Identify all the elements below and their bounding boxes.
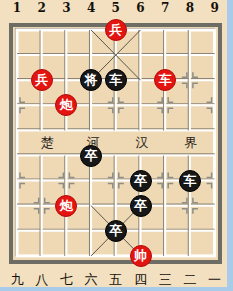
piece-black-chariot[interactable]: 车 xyxy=(179,170,201,192)
file-label: 4 xyxy=(87,1,95,15)
piece-red-general[interactable]: 帅 xyxy=(130,245,152,267)
file-label: 1 xyxy=(13,1,21,15)
file-label: 5 xyxy=(112,1,120,15)
file-label: 7 xyxy=(161,1,169,15)
piece-red-soldier[interactable]: 兵 xyxy=(105,19,127,41)
top-file-labels: 123456789 xyxy=(0,1,233,16)
file-label: 8 xyxy=(186,1,194,15)
window-edge-right xyxy=(227,0,233,291)
piece-black-soldier[interactable]: 卒 xyxy=(130,195,152,217)
xiangqi-board-screen: 123456789 楚河汉界 兵兵将车车炮卒卒车炮卒卒帅 九八七六五四三二一 xyxy=(0,0,233,291)
piece-red-cannon[interactable]: 炮 xyxy=(55,195,77,217)
piece-black-soldier[interactable]: 卒 xyxy=(105,220,127,242)
bottom-file-labels: 九八七六五四三二一 xyxy=(0,271,233,286)
piece-black-soldier[interactable]: 卒 xyxy=(80,145,102,167)
window-edge-bottom xyxy=(0,287,233,291)
piece-black-soldier[interactable]: 卒 xyxy=(130,170,152,192)
river-text: 界 xyxy=(185,134,198,152)
file-label: 9 xyxy=(210,1,218,15)
piece-black-chariot[interactable]: 车 xyxy=(105,69,127,91)
piece-red-soldier[interactable]: 兵 xyxy=(31,69,53,91)
river-text: 楚 xyxy=(41,134,54,152)
file-label: 3 xyxy=(62,1,70,15)
river-text: 汉 xyxy=(136,134,149,152)
file-label: 6 xyxy=(136,1,144,15)
file-label: 2 xyxy=(38,1,46,15)
